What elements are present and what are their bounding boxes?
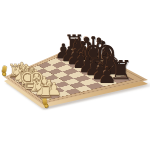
chess-set-photo: ♜♞♝♛♚♝♞♜♟♟♟♟♟♟♟♟♟♟♟♟♟♟♟♟♜♞♝♛♚♝♞♜ [0, 0, 150, 150]
piece-black-pawn-h7: ♟ [97, 64, 117, 86]
piece-white-rook-h1: ♜ [37, 82, 54, 101]
clasp-ring [44, 104, 49, 109]
